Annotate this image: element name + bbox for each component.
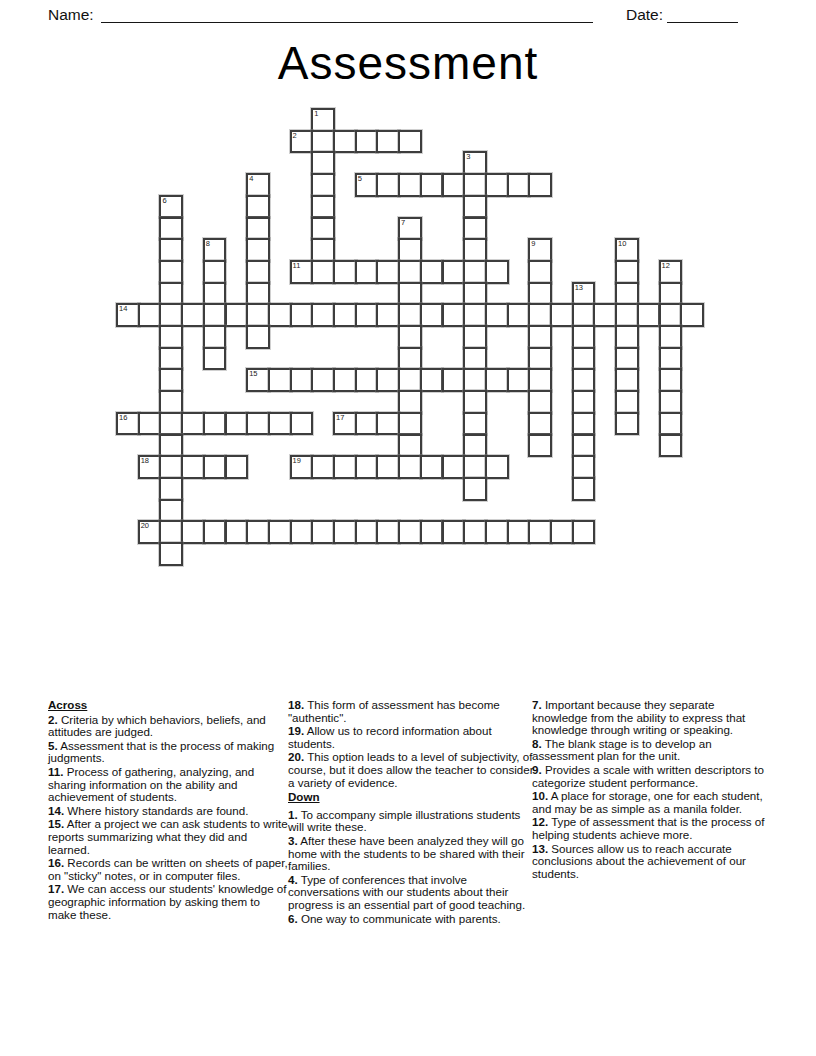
grid-cell-r16c4[interactable]: [203, 455, 227, 479]
grid-cell-r3c19[interactable]: [528, 173, 552, 197]
grid-cell-r14c5[interactable]: [225, 412, 249, 436]
grid-cell-r7c19[interactable]: [528, 260, 552, 284]
grid-cell-r9c11[interactable]: [355, 303, 379, 327]
cell-number-5: 5: [358, 175, 362, 183]
grid-cell-r19c7[interactable]: [268, 520, 292, 544]
grid-cell-r9c19[interactable]: [528, 303, 552, 327]
grid-cell-r14c1[interactable]: [138, 412, 162, 436]
grid-cell-r1c11[interactable]: [355, 130, 379, 154]
clue-across-16: 16. Records can be written on sheets of …: [48, 857, 288, 882]
grid-cell-r6c9[interactable]: [311, 238, 335, 262]
grid-cell-r12c7[interactable]: [268, 368, 292, 392]
grid-cell-r3c9[interactable]: [311, 173, 335, 197]
grid-cell-r12c25[interactable]: [659, 368, 683, 392]
grid-cell-r10c2[interactable]: [159, 325, 183, 349]
grid-cell-r3c13[interactable]: [398, 173, 422, 197]
clue-number-down-9: 9.: [532, 763, 542, 776]
grid-cell-r14c23[interactable]: [615, 412, 639, 436]
clue-across-17: 17. We can access our students' knowledg…: [48, 883, 288, 921]
grid-cell-r6c2[interactable]: [159, 238, 183, 262]
clue-number-down-12: 12.: [532, 815, 548, 828]
grid-cell-r10c25[interactable]: [659, 325, 683, 349]
clue-number-down-1: 1.: [288, 808, 298, 821]
grid-cell-r13c19[interactable]: [528, 390, 552, 414]
grid-cell-r11c21[interactable]: [572, 347, 596, 371]
grid-cell-r5c9[interactable]: [311, 217, 335, 241]
clue-down-13: 13. Sources allow us to reach accurate c…: [532, 843, 768, 881]
grid-cell-r16c10[interactable]: [333, 455, 357, 479]
grid-cell-r12c10[interactable]: [333, 368, 357, 392]
grid-cell-r3c16[interactable]: [463, 173, 487, 197]
grid-cell-r8c19[interactable]: [528, 282, 552, 306]
grid-cell-r9c4[interactable]: [203, 303, 227, 327]
clue-number-down-6: 6.: [288, 912, 298, 925]
grid-cell-r19c19[interactable]: [528, 520, 552, 544]
grid-cell-r6c13[interactable]: [398, 238, 422, 262]
grid-cell-r15c19[interactable]: [528, 434, 552, 458]
grid-cell-r12c17[interactable]: [485, 368, 509, 392]
grid-cell-r12c15[interactable]: [442, 368, 466, 392]
clue-down-12: 12. Type of assessment that is the proce…: [532, 816, 768, 841]
grid-cell-r19c21[interactable]: [572, 520, 596, 544]
clue-number-down-13: 13.: [532, 842, 548, 855]
grid-cell-r11c4[interactable]: [203, 347, 227, 371]
cell-number-4: 4: [249, 175, 253, 183]
grid-cell-r16c21[interactable]: [572, 455, 596, 479]
grid-cell-r16c16[interactable]: [463, 455, 487, 479]
grid-cell-r3c11[interactable]: 5: [355, 173, 379, 197]
grid-cell-r1c10[interactable]: [333, 130, 357, 154]
grid-cell-r7c9[interactable]: [311, 260, 335, 284]
grid-cell-r19c16[interactable]: [463, 520, 487, 544]
grid-cell-r12c6[interactable]: 15: [246, 368, 270, 392]
name-line[interactable]: [101, 22, 593, 23]
grid-cell-r3c6[interactable]: 4: [246, 173, 270, 197]
clue-across-15: 15. After a project we can ask students …: [48, 818, 288, 856]
grid-cell-r7c25[interactable]: 12: [659, 260, 683, 284]
grid-cell-r19c3[interactable]: [181, 520, 205, 544]
grid-cell-r9c0[interactable]: 14: [116, 303, 140, 327]
clue-down-7: 7. Important because they separate knowl…: [532, 699, 768, 737]
clues-column-3: 7. Important because they separate knowl…: [532, 699, 768, 881]
clue-down-6: 6. One way to communicate with parents.: [288, 913, 534, 926]
grid-cell-r14c25[interactable]: [659, 412, 683, 436]
cell-number-6: 6: [162, 197, 166, 205]
grid-cell-r12c11[interactable]: [355, 368, 379, 392]
grid-cell-r19c8[interactable]: [290, 520, 314, 544]
grid-cell-r10c6[interactable]: [246, 325, 270, 349]
grid-cell-r15c16[interactable]: [463, 434, 487, 458]
grid-cell-r12c8[interactable]: [290, 368, 314, 392]
grid-cell-r3c14[interactable]: [420, 173, 444, 197]
cell-number-14: 14: [119, 305, 127, 313]
grid-cell-r9c7[interactable]: [268, 303, 292, 327]
grid-cell-r19c15[interactable]: [442, 520, 466, 544]
grid-cell-r1c12[interactable]: [376, 130, 400, 154]
grid-cell-r19c2[interactable]: [159, 520, 183, 544]
grid-cell-r16c14[interactable]: [420, 455, 444, 479]
grid-cell-r16c17[interactable]: [485, 455, 509, 479]
clue-number-across-18: 18.: [288, 698, 304, 711]
grid-cell-r11c23[interactable]: [615, 347, 639, 371]
clue-number-down-10: 10.: [532, 789, 548, 802]
grid-cell-r10c23[interactable]: [615, 325, 639, 349]
grid-cell-r8c25[interactable]: [659, 282, 683, 306]
grid-cell-r11c16[interactable]: [463, 347, 487, 371]
grid-cell-r9c14[interactable]: [420, 303, 444, 327]
grid-cell-r13c16[interactable]: [463, 390, 487, 414]
grid-cell-r9c17[interactable]: [485, 303, 509, 327]
grid-cell-r19c14[interactable]: [420, 520, 444, 544]
grid-cell-r14c0[interactable]: 16: [116, 412, 140, 436]
clue-down-4: 4. Type of conferences that involve conv…: [288, 874, 534, 912]
grid-cell-r12c19[interactable]: [528, 368, 552, 392]
grid-cell-r19c4[interactable]: [203, 520, 227, 544]
down-heading: Down: [288, 791, 534, 804]
clue-down-1: 1. To accompany simple illustrations stu…: [288, 809, 534, 834]
grid-cell-r9c20[interactable]: [550, 303, 574, 327]
grid-cell-r11c2[interactable]: [159, 347, 183, 371]
grid-cell-r14c11[interactable]: [355, 412, 379, 436]
clue-number-across-15: 15.: [48, 817, 64, 830]
grid-cell-r7c17[interactable]: [485, 260, 509, 284]
cell-number-8: 8: [206, 240, 210, 248]
clue-number-across-5: 5.: [48, 739, 58, 752]
grid-cell-r9c24[interactable]: [637, 303, 661, 327]
grid-cell-r12c21[interactable]: [572, 368, 596, 392]
grid-cell-r14c7[interactable]: [268, 412, 292, 436]
grid-cell-r8c16[interactable]: [463, 282, 487, 306]
grid-cell-r14c16[interactable]: [463, 412, 487, 436]
grid-cell-r7c11[interactable]: [355, 260, 379, 284]
grid-cell-r9c3[interactable]: [181, 303, 205, 327]
grid-cell-r19c9[interactable]: [311, 520, 335, 544]
grid-cell-r16c11[interactable]: [355, 455, 379, 479]
grid-cell-r9c26[interactable]: [680, 303, 704, 327]
grid-cell-r14c19[interactable]: [528, 412, 552, 436]
grid-cell-r9c25[interactable]: [659, 303, 683, 327]
grid-cell-r10c13[interactable]: [398, 325, 422, 349]
cell-number-19: 19: [293, 457, 301, 465]
grid-cell-r7c13[interactable]: [398, 260, 422, 284]
grid-cell-r14c21[interactable]: [572, 412, 596, 436]
date-label: Date:: [626, 6, 663, 24]
grid-cell-r3c15[interactable]: [442, 173, 466, 197]
grid-cell-r13c2[interactable]: [159, 390, 183, 414]
grid-cell-r16c1[interactable]: 18: [138, 455, 162, 479]
grid-cell-r19c1[interactable]: 20: [138, 520, 162, 544]
clue-number-across-2: 2.: [48, 713, 58, 726]
cell-number-13: 13: [575, 284, 583, 292]
grid-cell-r9c5[interactable]: [225, 303, 249, 327]
grid-cell-r14c4[interactable]: [203, 412, 227, 436]
crossword-grid: 1234567891011121314151617181920: [116, 108, 702, 564]
cell-number-16: 16: [119, 414, 127, 422]
grid-cell-r3c18[interactable]: [507, 173, 531, 197]
grid-cell-r12c12[interactable]: [376, 368, 400, 392]
cell-number-3: 3: [466, 153, 470, 161]
clue-across-14: 14. Where history standards are found.: [48, 805, 288, 818]
grid-cell-r14c3[interactable]: [181, 412, 205, 436]
clue-across-11: 11. Process of gathering, analyzing, and…: [48, 766, 288, 804]
grid-cell-r6c16[interactable]: [463, 238, 487, 262]
grid-cell-r13c21[interactable]: [572, 390, 596, 414]
grid-cell-r12c13[interactable]: [398, 368, 422, 392]
grid-cell-r19c18[interactable]: [507, 520, 531, 544]
grid-cell-r9c10[interactable]: [333, 303, 357, 327]
grid-cell-r0c9[interactable]: 1: [311, 108, 335, 132]
puzzle-title: Assessment: [0, 36, 816, 90]
cell-number-18: 18: [141, 457, 149, 465]
grid-cell-r9c18[interactable]: [507, 303, 531, 327]
clue-number-across-17: 17.: [48, 882, 64, 895]
grid-cell-r5c2[interactable]: [159, 217, 183, 241]
grid-cell-r14c8[interactable]: [290, 412, 314, 436]
cell-number-10: 10: [618, 240, 626, 248]
clue-number-across-20: 20.: [288, 750, 304, 763]
cell-number-2: 2: [293, 132, 297, 140]
cell-number-15: 15: [249, 370, 257, 378]
grid-cell-r9c2[interactable]: [159, 303, 183, 327]
grid-cell-r3c17[interactable]: [485, 173, 509, 197]
grid-cell-r8c21[interactable]: 13: [572, 282, 596, 306]
clue-down-9: 9. Provides a scale with written descrip…: [532, 764, 768, 789]
grid-cell-r14c2[interactable]: [159, 412, 183, 436]
clue-number-across-14: 14.: [48, 804, 64, 817]
grid-cell-r9c23[interactable]: [615, 303, 639, 327]
grid-cell-r4c2[interactable]: 6: [159, 195, 183, 219]
grid-cell-r7c8[interactable]: 11: [290, 260, 314, 284]
grid-cell-r9c22[interactable]: [593, 303, 617, 327]
clue-down-10: 10. A place for storage, one for each st…: [532, 790, 768, 815]
grid-cell-r9c1[interactable]: [138, 303, 162, 327]
grid-cell-r1c13[interactable]: [398, 130, 422, 154]
across-heading: Across: [48, 699, 288, 712]
grid-cell-r14c10[interactable]: 17: [333, 412, 357, 436]
grid-cell-r1c9[interactable]: [311, 130, 335, 154]
grid-cell-r7c6[interactable]: [246, 260, 270, 284]
clues-column-1: Across2. Criteria by which behaviors, be…: [48, 699, 288, 922]
grid-cell-r1c8[interactable]: 2: [290, 130, 314, 154]
grid-cell-r2c16[interactable]: 3: [463, 151, 487, 175]
clue-across-2: 2. Criteria by which behaviors, beliefs,…: [48, 714, 288, 739]
clue-down-3: 3. After these have been analyzed they w…: [288, 835, 534, 873]
grid-cell-r13c23[interactable]: [615, 390, 639, 414]
grid-cell-r15c25[interactable]: [659, 434, 683, 458]
grid-cell-r16c13[interactable]: [398, 455, 422, 479]
grid-cell-r19c10[interactable]: [333, 520, 357, 544]
grid-cell-r13c13[interactable]: [398, 390, 422, 414]
grid-cell-r12c2[interactable]: [159, 368, 183, 392]
clue-number-across-11: 11.: [48, 765, 63, 778]
grid-cell-r7c23[interactable]: [615, 260, 639, 284]
grid-cell-r4c9[interactable]: [311, 195, 335, 219]
grid-cell-r6c19[interactable]: 9: [528, 238, 552, 262]
grid-cell-r17c2[interactable]: [159, 477, 183, 501]
grid-cell-r5c13[interactable]: 7: [398, 217, 422, 241]
clues-column-2: 18. This form of assessment has become "…: [288, 699, 534, 926]
grid-cell-r11c19[interactable]: [528, 347, 552, 371]
grid-cell-r12c18[interactable]: [507, 368, 531, 392]
grid-cell-r8c23[interactable]: [615, 282, 639, 306]
grid-cell-r7c2[interactable]: [159, 260, 183, 284]
grid-cell-r19c13[interactable]: [398, 520, 422, 544]
grid-cell-r19c20[interactable]: [550, 520, 574, 544]
clue-number-down-8: 8.: [532, 737, 542, 750]
grid-cell-r16c9[interactable]: [311, 455, 335, 479]
grid-cell-r7c4[interactable]: [203, 260, 227, 284]
grid-cell-r12c23[interactable]: [615, 368, 639, 392]
grid-cell-r15c13[interactable]: [398, 434, 422, 458]
grid-cell-r4c6[interactable]: [246, 195, 270, 219]
grid-cell-r9c13[interactable]: [398, 303, 422, 327]
grid-cell-r9c8[interactable]: [290, 303, 314, 327]
grid-cell-r18c2[interactable]: [159, 499, 183, 523]
cell-number-7: 7: [401, 219, 405, 227]
grid-cell-r9c12[interactable]: [376, 303, 400, 327]
grid-cell-r10c19[interactable]: [528, 325, 552, 349]
grid-cell-r5c16[interactable]: [463, 217, 487, 241]
grid-cell-r19c11[interactable]: [355, 520, 379, 544]
cell-number-12: 12: [662, 262, 670, 270]
grid-cell-r16c2[interactable]: [159, 455, 183, 479]
grid-cell-r10c16[interactable]: [463, 325, 487, 349]
grid-cell-r11c13[interactable]: [398, 347, 422, 371]
grid-cell-r4c16[interactable]: [463, 195, 487, 219]
grid-cell-r15c2[interactable]: [159, 434, 183, 458]
grid-cell-r6c4[interactable]: 8: [203, 238, 227, 262]
grid-cell-r14c13[interactable]: [398, 412, 422, 436]
grid-cell-r17c16[interactable]: [463, 477, 487, 501]
grid-cell-r8c13[interactable]: [398, 282, 422, 306]
grid-cell-r8c4[interactable]: [203, 282, 227, 306]
grid-cell-r9c9[interactable]: [311, 303, 335, 327]
grid-cell-r19c12[interactable]: [376, 520, 400, 544]
grid-cell-r15c21[interactable]: [572, 434, 596, 458]
cell-number-20: 20: [141, 522, 149, 530]
clue-across-5: 5. Assessment that is the process of mak…: [48, 740, 288, 765]
grid-cell-r13c25[interactable]: [659, 390, 683, 414]
grid-cell-r10c4[interactable]: [203, 325, 227, 349]
grid-cell-r9c6[interactable]: [246, 303, 270, 327]
clue-down-8: 8. The blank stage is to develop an asse…: [532, 738, 768, 763]
grid-cell-r7c16[interactable]: [463, 260, 487, 284]
cell-number-17: 17: [336, 414, 344, 422]
clue-across-20: 20. This option leads to a level of subj…: [288, 751, 534, 789]
grid-cell-r6c6[interactable]: [246, 238, 270, 262]
grid-cell-r17c21[interactable]: [572, 477, 596, 501]
clue-number-down-3: 3.: [288, 834, 298, 847]
clue-number-down-7: 7.: [532, 698, 542, 711]
grid-cell-r5c6[interactable]: [246, 217, 270, 241]
grid-cell-r9c16[interactable]: [463, 303, 487, 327]
grid-cell-r19c5[interactable]: [225, 520, 249, 544]
clue-number-across-16: 16.: [48, 856, 64, 869]
grid-cell-r12c16[interactable]: [463, 368, 487, 392]
grid-cell-r3c12[interactable]: [376, 173, 400, 197]
grid-cell-r14c6[interactable]: [246, 412, 270, 436]
grid-cell-r8c2[interactable]: [159, 282, 183, 306]
date-line[interactable]: [667, 22, 738, 23]
grid-cell-r12c9[interactable]: [311, 368, 335, 392]
grid-cell-r11c25[interactable]: [659, 347, 683, 371]
cell-number-1: 1: [314, 110, 318, 118]
grid-cell-r9c15[interactable]: [442, 303, 466, 327]
grid-cell-r7c10[interactable]: [333, 260, 357, 284]
grid-cell-r8c6[interactable]: [246, 282, 270, 306]
clue-across-18: 18. This form of assessment has become "…: [288, 699, 534, 724]
grid-cell-r6c23[interactable]: 10: [615, 238, 639, 262]
grid-cell-r7c14[interactable]: [420, 260, 444, 284]
cell-number-9: 9: [531, 240, 535, 248]
clue-number-across-19: 19.: [288, 724, 304, 737]
grid-cell-r9c21[interactable]: [572, 303, 596, 327]
grid-cell-r16c15[interactable]: [442, 455, 466, 479]
grid-cell-r7c15[interactable]: [442, 260, 466, 284]
name-label: Name:: [48, 6, 94, 24]
grid-cell-r16c3[interactable]: [181, 455, 205, 479]
grid-cell-r12c14[interactable]: [420, 368, 444, 392]
grid-cell-r19c17[interactable]: [485, 520, 509, 544]
grid-cell-r2c9[interactable]: [311, 151, 335, 175]
cell-number-11: 11: [293, 262, 301, 270]
clue-number-down-4: 4.: [288, 873, 298, 886]
grid-cell-r16c12[interactable]: [376, 455, 400, 479]
clue-across-19: 19. Allow us to record information about…: [288, 725, 534, 750]
grid-cell-r10c21[interactable]: [572, 325, 596, 349]
grid-cell-r20c2[interactable]: [159, 542, 183, 566]
grid-cell-r16c5[interactable]: [225, 455, 249, 479]
grid-cell-r19c6[interactable]: [246, 520, 270, 544]
grid-cell-r7c12[interactable]: [376, 260, 400, 284]
grid-cell-r16c8[interactable]: 19: [290, 455, 314, 479]
grid-cell-r14c12[interactable]: [376, 412, 400, 436]
